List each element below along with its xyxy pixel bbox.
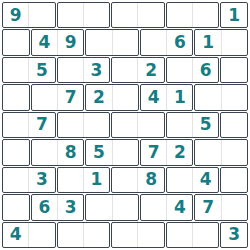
cell-group xyxy=(220,57,248,83)
cell-group: 7 xyxy=(2,112,56,138)
cell-r1c3-empty[interactable] xyxy=(58,3,83,27)
cell-group: 63 xyxy=(31,194,85,220)
cell-r5c2-given-7[interactable]: 7 xyxy=(28,113,54,137)
cell-group: 4 xyxy=(2,222,56,248)
cell-r7c2-given-3[interactable]: 3 xyxy=(28,168,54,192)
cell-r7c3-empty[interactable] xyxy=(58,168,83,192)
board-row-7: 3184 xyxy=(2,167,248,193)
cell-group xyxy=(220,112,248,138)
cell-group: 1 xyxy=(220,2,248,28)
cell-r6c3-given-8[interactable]: 8 xyxy=(57,140,83,164)
cell-r2c4-empty[interactable] xyxy=(86,30,111,54)
sudoku-board: 914961532672417585723184634743 xyxy=(2,2,248,248)
cell-r5c7-empty[interactable] xyxy=(167,113,192,137)
cell-r1c2-empty[interactable] xyxy=(28,3,54,27)
cell-group xyxy=(57,222,111,248)
cell-r1c8-empty[interactable] xyxy=(192,3,218,27)
cell-group: 5 xyxy=(166,112,220,138)
cell-r2c7-given-6[interactable]: 6 xyxy=(166,30,192,54)
cell-r8c5-empty[interactable] xyxy=(112,195,138,219)
cell-r7c8-given-4[interactable]: 4 xyxy=(192,168,218,192)
cell-r9c3-empty[interactable] xyxy=(58,223,83,247)
cell-r8c4-empty[interactable] xyxy=(86,195,111,219)
board-row-3: 5326 xyxy=(2,57,248,83)
cell-r8c3-given-3[interactable]: 3 xyxy=(57,195,83,219)
cell-group: 2 xyxy=(85,84,139,110)
cell-r6c6-given-7[interactable]: 7 xyxy=(141,140,166,164)
cell-r5c5-empty[interactable] xyxy=(112,113,137,137)
cell-r6c9-empty[interactable] xyxy=(221,140,247,164)
cell-r5c4-empty[interactable] xyxy=(83,113,109,137)
cell-group: 1 xyxy=(194,29,248,55)
cell-r5c8-given-5[interactable]: 5 xyxy=(192,113,218,137)
cell-group xyxy=(2,29,30,55)
cell-group: 2 xyxy=(111,57,165,83)
cell-r5c3-empty[interactable] xyxy=(58,113,83,137)
cell-group: 4 xyxy=(166,167,220,193)
cell-r6c7-given-2[interactable]: 2 xyxy=(166,140,192,164)
cell-group xyxy=(166,2,220,28)
cell-r3c7-empty[interactable] xyxy=(167,58,192,82)
cell-group: 5 xyxy=(85,139,139,165)
cell-r2c8-given-1[interactable]: 1 xyxy=(195,30,220,54)
cell-r3c4-given-3[interactable]: 3 xyxy=(83,58,109,82)
cell-r2c2-given-4[interactable]: 4 xyxy=(32,30,57,54)
cell-group: 1 xyxy=(57,167,111,193)
board-row-6: 8572 xyxy=(2,139,248,165)
cell-r9c9-given-3[interactable]: 3 xyxy=(221,223,247,247)
cell-group xyxy=(85,194,139,220)
cell-group: 9 xyxy=(2,2,56,28)
cell-r3c8-given-6[interactable]: 6 xyxy=(192,58,218,82)
cell-r4c1-empty[interactable] xyxy=(3,85,29,109)
cell-r3c3-empty[interactable] xyxy=(58,58,83,82)
cell-group xyxy=(2,194,30,220)
cell-r8c7-given-4[interactable]: 4 xyxy=(166,195,192,219)
cell-r4c6-given-4[interactable]: 4 xyxy=(141,85,166,109)
cell-r4c8-empty[interactable] xyxy=(195,85,220,109)
cell-r3c5-empty[interactable] xyxy=(112,58,137,82)
cell-r9c4-empty[interactable] xyxy=(83,223,109,247)
board-row-2: 4961 xyxy=(2,29,248,55)
cell-group xyxy=(111,2,165,28)
cell-r9c5-empty[interactable] xyxy=(112,223,137,247)
cell-r6c5-empty[interactable] xyxy=(112,140,138,164)
cell-r6c4-given-5[interactable]: 5 xyxy=(86,140,111,164)
cell-group xyxy=(194,139,248,165)
cell-r5c9-empty[interactable] xyxy=(221,113,247,137)
cell-r2c9-empty[interactable] xyxy=(221,30,247,54)
board-row-9: 43 xyxy=(2,222,248,248)
cell-r2c3-given-9[interactable]: 9 xyxy=(57,30,83,54)
cell-r3c9-empty[interactable] xyxy=(221,58,247,82)
cell-r8c8-given-7[interactable]: 7 xyxy=(195,195,220,219)
cell-group: 8 xyxy=(31,139,85,165)
cell-r7c4-given-1[interactable]: 1 xyxy=(83,168,109,192)
board-row-8: 6347 xyxy=(2,194,248,220)
cell-group: 3 xyxy=(2,167,56,193)
cell-r7c1-empty[interactable] xyxy=(3,168,28,192)
cell-r5c6-empty[interactable] xyxy=(137,113,163,137)
cell-group xyxy=(57,112,111,138)
board-row-4: 7241 xyxy=(2,84,248,110)
board-row-1: 91 xyxy=(2,2,248,28)
cell-r7c6-given-8[interactable]: 8 xyxy=(137,168,163,192)
cell-group xyxy=(220,167,248,193)
cell-group: 4 xyxy=(140,194,194,220)
cell-r8c9-empty[interactable] xyxy=(221,195,247,219)
cell-group xyxy=(194,84,248,110)
cell-r7c7-empty[interactable] xyxy=(167,168,192,192)
cell-r6c2-empty[interactable] xyxy=(32,140,57,164)
cell-group xyxy=(111,112,165,138)
cell-group xyxy=(2,84,30,110)
cell-group: 5 xyxy=(2,57,56,83)
cell-group xyxy=(85,29,139,55)
cell-r7c9-empty[interactable] xyxy=(221,168,247,192)
cell-r4c9-empty[interactable] xyxy=(221,85,247,109)
cell-r9c8-empty[interactable] xyxy=(192,223,218,247)
cell-r8c1-empty[interactable] xyxy=(3,195,29,219)
cell-r9c7-empty[interactable] xyxy=(167,223,192,247)
cell-r1c4-empty[interactable] xyxy=(83,3,109,27)
cell-group: 6 xyxy=(166,57,220,83)
cell-r8c6-empty[interactable] xyxy=(141,195,166,219)
cell-r1c9-given-1[interactable]: 1 xyxy=(221,3,247,27)
cell-group: 7 xyxy=(31,84,85,110)
cell-r3c1-empty[interactable] xyxy=(3,58,28,82)
cell-group xyxy=(57,2,111,28)
cell-group: 72 xyxy=(140,139,194,165)
cell-group: 7 xyxy=(194,194,248,220)
cell-group: 41 xyxy=(140,84,194,110)
cell-r1c6-empty[interactable] xyxy=(137,3,163,27)
cell-r2c5-empty[interactable] xyxy=(112,30,138,54)
cell-group: 3 xyxy=(220,222,248,248)
cell-r4c3-given-7[interactable]: 7 xyxy=(57,85,83,109)
cell-group xyxy=(2,139,30,165)
cell-r4c4-given-2[interactable]: 2 xyxy=(86,85,111,109)
cell-group: 3 xyxy=(57,57,111,83)
cell-r4c5-empty[interactable] xyxy=(112,85,138,109)
cell-group xyxy=(166,222,220,248)
cell-r2c6-empty[interactable] xyxy=(141,30,166,54)
cell-r1c7-empty[interactable] xyxy=(167,3,192,27)
cell-r4c7-given-1[interactable]: 1 xyxy=(166,85,192,109)
cell-group: 49 xyxy=(31,29,85,55)
cell-group xyxy=(111,222,165,248)
cell-r2c1-empty[interactable] xyxy=(3,30,29,54)
cell-group: 6 xyxy=(140,29,194,55)
cell-r1c5-empty[interactable] xyxy=(112,3,137,27)
cell-r7c5-empty[interactable] xyxy=(112,168,137,192)
cell-r5c1-empty[interactable] xyxy=(3,113,28,137)
cell-r3c2-given-5[interactable]: 5 xyxy=(28,58,54,82)
board-row-5: 75 xyxy=(2,112,248,138)
cell-r4c2-empty[interactable] xyxy=(32,85,57,109)
cell-r6c1-empty[interactable] xyxy=(3,140,29,164)
cell-r9c2-empty[interactable] xyxy=(28,223,54,247)
cell-r6c8-empty[interactable] xyxy=(195,140,220,164)
cell-group: 8 xyxy=(111,167,165,193)
cell-r8c2-given-6[interactable]: 6 xyxy=(32,195,57,219)
cell-r1c1-given-9[interactable]: 9 xyxy=(3,3,28,27)
cell-r9c6-empty[interactable] xyxy=(137,223,163,247)
cell-r3c6-given-2[interactable]: 2 xyxy=(137,58,163,82)
cell-r9c1-given-4[interactable]: 4 xyxy=(3,223,28,247)
